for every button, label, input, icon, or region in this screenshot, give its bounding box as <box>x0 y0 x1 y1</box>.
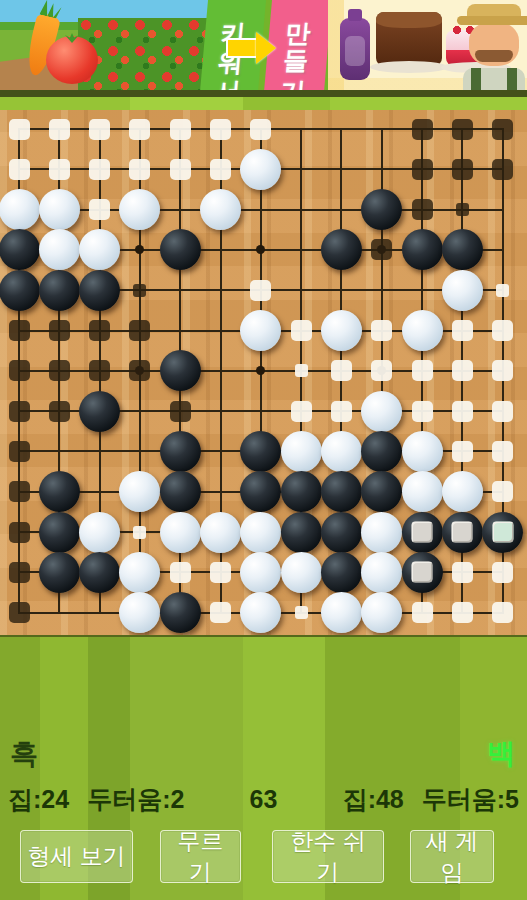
white-stone <box>240 512 281 553</box>
white-stone <box>402 310 443 351</box>
ad-goods-scene <box>328 0 527 90</box>
farmer-icon <box>455 4 527 90</box>
white-stone <box>160 512 201 553</box>
dead-stone-marker <box>412 562 433 583</box>
white-territory-marker <box>452 320 473 341</box>
black-stone <box>39 270 80 311</box>
move-number: 63 <box>250 785 278 814</box>
black-territory-marker <box>133 284 146 297</box>
black-stone <box>321 471 362 512</box>
black-stone <box>361 189 402 230</box>
white-territory-marker <box>291 401 312 422</box>
white-stone <box>240 552 281 593</box>
white-territory-marker <box>331 360 352 381</box>
black-stone <box>321 229 362 270</box>
white-territory-count: 집:48 <box>343 783 404 816</box>
black-stone <box>442 512 483 553</box>
white-territory-marker <box>210 159 231 180</box>
white-stone <box>240 310 281 351</box>
black-player-label: 흑 <box>10 735 38 773</box>
black-stone <box>39 512 80 553</box>
white-stone <box>119 471 160 512</box>
white-stone <box>0 189 40 230</box>
white-stone <box>361 592 402 633</box>
white-territory-marker <box>492 481 513 502</box>
app-screen: 키워서 만들기 흑 백 집:24 두터움:2 63 <box>0 0 527 900</box>
black-stone <box>160 229 201 270</box>
white-territory-marker <box>492 602 513 623</box>
white-stone <box>240 592 281 633</box>
control-buttons-row: 형세 보기 무르기 한수 쉬기 새 게임 <box>0 830 527 885</box>
black-territory-marker <box>49 360 70 381</box>
black-stone <box>39 471 80 512</box>
white-territory-marker <box>170 119 191 140</box>
white-territory-marker <box>492 562 513 583</box>
arrow-right-icon <box>228 40 258 56</box>
separator-line <box>0 90 527 97</box>
white-stone <box>200 189 241 230</box>
white-stone <box>119 592 160 633</box>
white-territory-marker <box>210 602 231 623</box>
white-stone <box>442 471 483 512</box>
dead-stone-marker <box>452 522 473 543</box>
black-territory-marker <box>89 320 110 341</box>
star-point <box>256 366 265 375</box>
white-territory-marker <box>371 320 392 341</box>
white-territory-marker <box>331 401 352 422</box>
go-board[interactable] <box>0 110 527 635</box>
black-territory-marker <box>9 522 30 543</box>
green-accent-bar <box>0 97 527 110</box>
black-territory-marker <box>492 159 513 180</box>
black-territory-marker <box>9 360 30 381</box>
white-territory-marker <box>89 159 110 180</box>
tomato-field-icon <box>78 18 210 90</box>
black-territory-marker <box>129 360 150 381</box>
white-stone <box>402 471 443 512</box>
white-territory-marker <box>9 119 30 140</box>
white-territory-marker <box>492 441 513 462</box>
undo-button[interactable]: 무르기 <box>160 830 241 883</box>
white-stone <box>119 189 160 230</box>
black-territory-marker <box>9 401 30 422</box>
black-territory-marker <box>9 441 30 462</box>
white-territory-marker <box>452 401 473 422</box>
white-stone <box>200 512 241 553</box>
white-stone <box>240 149 281 190</box>
white-territory-marker <box>129 119 150 140</box>
black-stone <box>160 471 201 512</box>
score-status-row: 집:24 두터움:2 63 집:48 두터움:5 <box>0 783 527 816</box>
white-stone <box>361 552 402 593</box>
white-territory-marker <box>133 526 146 539</box>
black-territory-marker <box>371 239 392 260</box>
white-territory-marker <box>210 119 231 140</box>
white-stone <box>442 270 483 311</box>
white-territory-marker <box>412 602 433 623</box>
white-territory-marker <box>295 364 308 377</box>
black-stone <box>79 552 120 593</box>
black-stone <box>0 270 40 311</box>
ad-make-label: 만들기 <box>278 3 319 90</box>
white-territory-marker <box>250 119 271 140</box>
black-stone <box>402 229 443 270</box>
white-territory-marker <box>210 562 231 583</box>
dead-stone-marker <box>412 522 433 543</box>
white-stone <box>321 310 362 351</box>
white-stone <box>79 512 120 553</box>
white-territory-marker <box>49 119 70 140</box>
white-stone <box>361 391 402 432</box>
white-stone <box>119 552 160 593</box>
white-stone <box>79 229 120 270</box>
white-stone <box>281 431 322 472</box>
black-stone <box>0 229 40 270</box>
black-stone <box>79 270 120 311</box>
black-stone <box>402 552 443 593</box>
white-territory-marker <box>452 602 473 623</box>
white-territory-marker <box>89 199 110 220</box>
black-stone <box>281 512 322 553</box>
ad-farm-scene <box>0 0 210 90</box>
white-stone <box>281 552 322 593</box>
white-territory-marker <box>496 284 509 297</box>
white-territory-marker <box>412 401 433 422</box>
black-territory-marker <box>412 159 433 180</box>
black-territory-marker <box>9 602 30 623</box>
white-territory-marker <box>492 401 513 422</box>
tomato-icon <box>46 36 98 84</box>
pass-button[interactable]: 한수 쉬기 <box>272 830 384 883</box>
black-territory-marker <box>412 199 433 220</box>
black-stone <box>281 471 322 512</box>
black-territory-count: 집:24 <box>8 783 69 816</box>
white-territory-marker <box>89 119 110 140</box>
black-territory-marker <box>49 320 70 341</box>
black-stone <box>361 471 402 512</box>
black-territory-marker <box>129 320 150 341</box>
white-territory-marker <box>170 159 191 180</box>
white-stone <box>321 592 362 633</box>
ad-banner[interactable]: 키워서 만들기 <box>0 0 527 90</box>
black-territory-marker <box>170 401 191 422</box>
white-thickness-count: 두터움:5 <box>422 783 519 816</box>
dead-stone-marker-last <box>492 522 513 543</box>
black-territory-marker <box>412 119 433 140</box>
black-stone <box>79 391 120 432</box>
black-thickness-count: 두터움:2 <box>87 783 184 816</box>
black-territory-marker <box>9 320 30 341</box>
white-territory-marker <box>371 360 392 381</box>
black-territory-marker <box>9 562 30 583</box>
white-stone <box>402 431 443 472</box>
white-territory-marker <box>9 159 30 180</box>
white-territory-marker <box>452 360 473 381</box>
black-stone <box>442 229 483 270</box>
white-territory-marker <box>492 320 513 341</box>
white-player-label-active-turn: 백 <box>487 735 515 773</box>
black-territory-marker <box>492 119 513 140</box>
white-stone <box>361 512 402 553</box>
chocolate-cake-icon <box>376 12 442 66</box>
black-territory-marker <box>9 481 30 502</box>
black-territory-marker <box>452 159 473 180</box>
black-territory-marker <box>49 401 70 422</box>
white-territory-marker <box>492 360 513 381</box>
show-position-button[interactable]: 형세 보기 <box>20 830 133 883</box>
white-territory-marker <box>295 606 308 619</box>
black-stone <box>160 592 201 633</box>
black-stone <box>240 471 281 512</box>
white-territory-marker <box>129 159 150 180</box>
star-point <box>256 245 265 254</box>
black-stone <box>160 431 201 472</box>
new-game-button[interactable]: 새 게임 <box>410 830 494 883</box>
black-stone <box>240 431 281 472</box>
white-territory-marker <box>250 280 271 301</box>
black-territory-marker <box>456 203 469 216</box>
white-territory-marker <box>452 562 473 583</box>
white-stone <box>321 431 362 472</box>
black-stone <box>361 431 402 472</box>
black-stone <box>321 552 362 593</box>
white-territory-marker <box>452 441 473 462</box>
juice-bottle-icon <box>340 18 370 80</box>
black-stone <box>160 350 201 391</box>
white-territory-marker <box>291 320 312 341</box>
white-territory-marker <box>412 360 433 381</box>
white-stone <box>39 229 80 270</box>
black-stone <box>39 552 80 593</box>
black-stone <box>482 512 523 553</box>
star-point <box>135 245 144 254</box>
black-territory-marker <box>452 119 473 140</box>
black-stone <box>402 512 443 553</box>
white-stone <box>39 189 80 230</box>
black-stone <box>321 512 362 553</box>
white-territory-marker <box>170 562 191 583</box>
white-territory-marker <box>49 159 70 180</box>
black-territory-marker <box>89 360 110 381</box>
bottom-panel: 흑 백 집:24 두터움:2 63 집:48 두터움:5 형세 보기 무르기 한… <box>0 635 527 900</box>
